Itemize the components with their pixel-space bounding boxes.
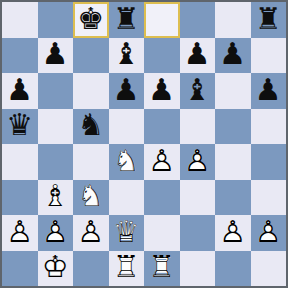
black-queen-icon: ♛ [2,109,38,145]
square-e7[interactable] [144,38,180,74]
square-f2[interactable] [180,215,216,251]
square-b6[interactable] [38,73,74,109]
piece-c5-black-knight[interactable]: ♞ [73,109,109,145]
piece-d8-black-rook[interactable]: ♜ [109,2,145,38]
square-g3[interactable] [215,180,251,216]
black-bishop-icon: ♝ [109,38,145,74]
square-d4[interactable]: ♞♘ [109,144,145,180]
white-rook-outline-icon: ♖ [144,251,180,287]
white-king-outline-icon: ♔ [38,251,74,287]
square-g8[interactable] [215,2,251,38]
white-pawn-outline-icon: ♙ [144,144,180,180]
piece-f6-black-bishop[interactable]: ♝ [180,73,216,109]
square-e2[interactable] [144,215,180,251]
piece-a5-black-queen[interactable]: ♛ [2,109,38,145]
piece-c3-white-knight[interactable]: ♞♘ [73,180,109,216]
square-b2[interactable]: ♟♙ [38,215,74,251]
piece-d2-white-queen[interactable]: ♛♕ [109,215,145,251]
piece-e1-white-rook[interactable]: ♜♖ [144,251,180,287]
square-c4[interactable] [73,144,109,180]
piece-f4-white-pawn[interactable]: ♟♙ [180,144,216,180]
black-pawn-icon: ♟ [215,38,251,74]
piece-g2-white-pawn[interactable]: ♟♙ [215,215,251,251]
square-a4[interactable] [2,144,38,180]
square-f4[interactable]: ♟♙ [180,144,216,180]
piece-d6-black-pawn[interactable]: ♟ [109,73,145,109]
white-knight-outline-icon: ♘ [73,180,109,216]
piece-b3-white-bishop[interactable]: ♝♗ [38,180,74,216]
square-a2[interactable]: ♟♙ [2,215,38,251]
square-g7[interactable]: ♟ [215,38,251,74]
black-king-icon: ♚ [73,2,109,38]
square-b3[interactable]: ♝♗ [38,180,74,216]
black-pawn-icon: ♟ [38,38,74,74]
black-pawn-icon: ♟ [109,73,145,109]
white-rook-outline-icon: ♖ [109,251,145,287]
square-d5[interactable] [109,109,145,145]
black-rook-icon: ♜ [251,2,287,38]
piece-b1-white-king[interactable]: ♚♔ [38,251,74,287]
black-pawn-icon: ♟ [251,73,287,109]
black-rook-icon: ♜ [109,2,145,38]
square-f1[interactable] [180,251,216,287]
square-f6[interactable]: ♝ [180,73,216,109]
square-a1[interactable] [2,251,38,287]
square-c5[interactable]: ♞ [73,109,109,145]
piece-f7-black-pawn[interactable]: ♟ [180,38,216,74]
square-f7[interactable]: ♟ [180,38,216,74]
square-e8[interactable] [144,2,180,38]
square-h5[interactable] [251,109,287,145]
white-pawn-outline-icon: ♙ [251,215,287,251]
square-a3[interactable] [2,180,38,216]
black-knight-icon: ♞ [73,109,109,145]
square-h4[interactable] [251,144,287,180]
square-e5[interactable] [144,109,180,145]
white-pawn-outline-icon: ♙ [73,215,109,251]
piece-c8-black-king[interactable]: ♚ [73,2,109,38]
piece-h8-black-rook[interactable]: ♜ [251,2,287,38]
piece-g7-black-pawn[interactable]: ♟ [215,38,251,74]
square-g6[interactable] [215,73,251,109]
square-b4[interactable] [38,144,74,180]
piece-d7-black-bishop[interactable]: ♝ [109,38,145,74]
square-e6[interactable]: ♟ [144,73,180,109]
piece-e4-white-pawn[interactable]: ♟♙ [144,144,180,180]
square-h6[interactable]: ♟ [251,73,287,109]
square-c8[interactable]: ♚ [73,2,109,38]
black-pawn-icon: ♟ [2,73,38,109]
square-a7[interactable] [2,38,38,74]
piece-h2-white-pawn[interactable]: ♟♙ [251,215,287,251]
square-d3[interactable] [109,180,145,216]
square-g4[interactable] [215,144,251,180]
square-g1[interactable] [215,251,251,287]
square-g2[interactable]: ♟♙ [215,215,251,251]
square-e4[interactable]: ♟♙ [144,144,180,180]
piece-b2-white-pawn[interactable]: ♟♙ [38,215,74,251]
square-b1[interactable]: ♚♔ [38,251,74,287]
white-pawn-outline-icon: ♙ [215,215,251,251]
chess-board: ♚♜♜♟♝♟♟♟♟♟♝♟♛♞♞♘♟♙♟♙♝♗♞♘♟♙♟♙♟♙♛♕♟♙♟♙♚♔♜♖… [0,0,288,288]
square-f3[interactable] [180,180,216,216]
square-c6[interactable] [73,73,109,109]
square-h8[interactable]: ♜ [251,2,287,38]
square-d1[interactable]: ♜♖ [109,251,145,287]
piece-c2-white-pawn[interactable]: ♟♙ [73,215,109,251]
square-d8[interactable]: ♜ [109,2,145,38]
square-f8[interactable] [180,2,216,38]
square-d2[interactable]: ♛♕ [109,215,145,251]
square-d7[interactable]: ♝ [109,38,145,74]
square-f5[interactable] [180,109,216,145]
square-h2[interactable]: ♟♙ [251,215,287,251]
white-knight-outline-icon: ♘ [109,144,145,180]
square-e3[interactable] [144,180,180,216]
square-h3[interactable] [251,180,287,216]
piece-d1-white-rook[interactable]: ♜♖ [109,251,145,287]
square-a5[interactable]: ♛ [2,109,38,145]
white-bishop-outline-icon: ♗ [38,180,74,216]
square-d6[interactable]: ♟ [109,73,145,109]
white-pawn-outline-icon: ♙ [2,215,38,251]
square-e1[interactable]: ♜♖ [144,251,180,287]
black-pawn-icon: ♟ [144,73,180,109]
square-a8[interactable] [2,2,38,38]
white-pawn-outline-icon: ♙ [180,144,216,180]
piece-a2-white-pawn[interactable]: ♟♙ [2,215,38,251]
piece-a6-black-pawn[interactable]: ♟ [2,73,38,109]
square-c2[interactable]: ♟♙ [73,215,109,251]
piece-d4-white-knight[interactable]: ♞♘ [109,144,145,180]
square-b8[interactable] [38,2,74,38]
square-g5[interactable] [215,109,251,145]
piece-h6-black-pawn[interactable]: ♟ [251,73,287,109]
white-pawn-outline-icon: ♙ [38,215,74,251]
square-b7[interactable]: ♟ [38,38,74,74]
square-a6[interactable]: ♟ [2,73,38,109]
square-c1[interactable] [73,251,109,287]
piece-b7-black-pawn[interactable]: ♟ [38,38,74,74]
square-h7[interactable] [251,38,287,74]
piece-e6-black-pawn[interactable]: ♟ [144,73,180,109]
square-c7[interactable] [73,38,109,74]
white-queen-outline-icon: ♕ [109,215,145,251]
black-bishop-icon: ♝ [180,73,216,109]
square-b5[interactable] [38,109,74,145]
black-pawn-icon: ♟ [180,38,216,74]
square-h1[interactable] [251,251,287,287]
square-c3[interactable]: ♞♘ [73,180,109,216]
